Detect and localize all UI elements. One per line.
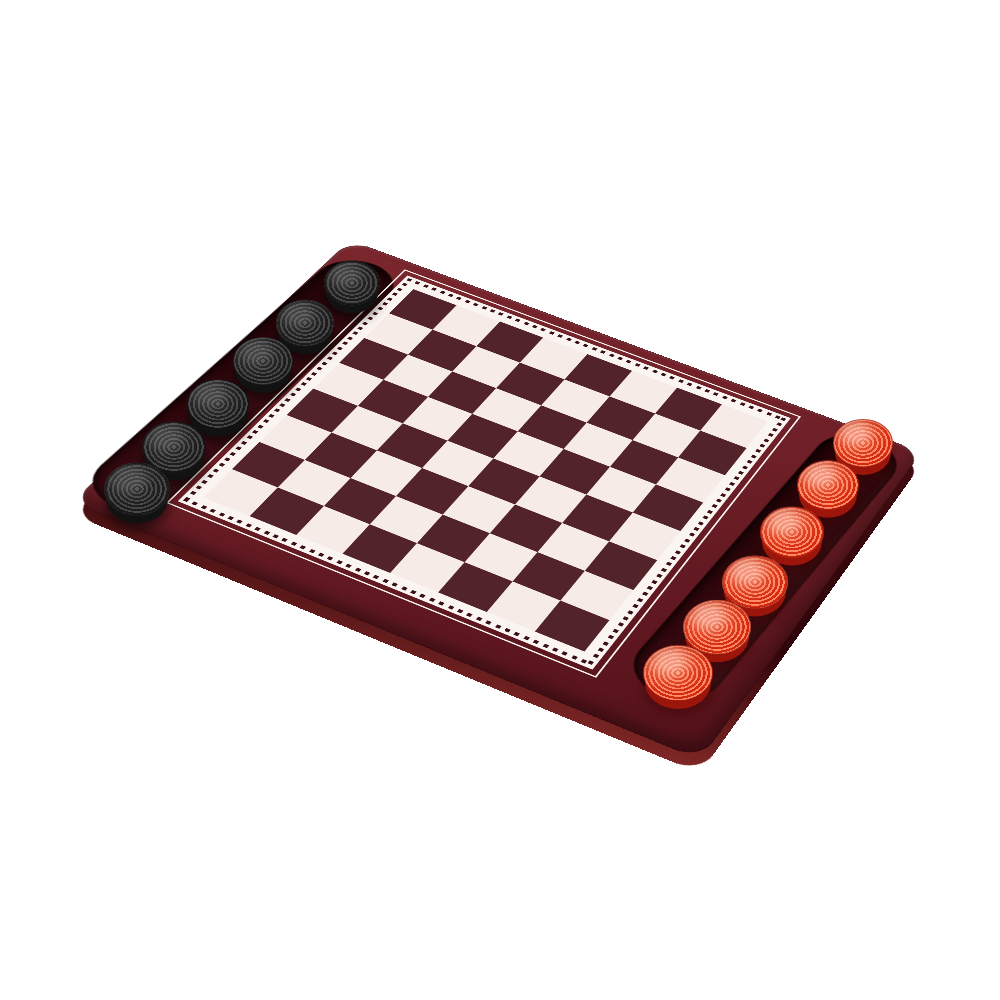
black-checker-1 xyxy=(324,261,380,306)
red-checker-4 xyxy=(722,556,788,609)
black-checker-4 xyxy=(187,379,249,429)
product-photo-scene xyxy=(0,0,1000,1000)
red-checker-2 xyxy=(797,460,859,510)
red-checker-3 xyxy=(760,506,824,557)
red-checker-5 xyxy=(683,600,751,654)
black-checker-6 xyxy=(104,463,170,516)
black-checker-3 xyxy=(233,337,293,385)
red-checker-6 xyxy=(643,645,713,701)
black-checker-2 xyxy=(276,300,334,346)
red-checker-1 xyxy=(833,419,893,467)
